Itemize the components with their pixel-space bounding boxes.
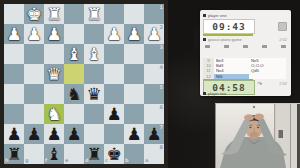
black-pawn: ♟ (64, 124, 84, 144)
webcam-scene (216, 104, 300, 168)
white-pawn: ♟ (104, 24, 124, 44)
rank-label: 4 (160, 65, 163, 70)
square-e8[interactable]: e (64, 144, 84, 164)
square-g7[interactable]: ♟ (24, 124, 44, 144)
top-player-clock: 09:43 (203, 19, 255, 34)
square-h1[interactable] (4, 4, 24, 24)
chess-board[interactable]: ♚♜♜1♟♟♟♟♟♟2♝♝3♛4♞♛5♞♟6♟♟♟♟♟♟7♜hg♝fe♜d♚cb… (4, 4, 164, 164)
square-d2[interactable] (84, 24, 104, 44)
move-black[interactable] (249, 74, 286, 79)
bottom-player-name: player two (208, 91, 226, 96)
rank-label: 2 (160, 25, 163, 30)
square-e2[interactable] (64, 24, 84, 44)
square-h5[interactable] (4, 84, 24, 104)
square-g4[interactable] (24, 64, 44, 84)
file-label: b (125, 158, 129, 163)
square-f2[interactable]: ♟ (44, 24, 64, 44)
file-label: h (5, 158, 9, 163)
file-label: e (65, 158, 68, 163)
rank-label: 6 (160, 105, 163, 110)
white-pawn: ♟ (24, 24, 44, 44)
square-g1[interactable]: ♚ (24, 4, 44, 24)
square-d3[interactable]: ♝ (84, 44, 104, 64)
square-a3[interactable]: 3 (144, 44, 164, 64)
player-icon (203, 14, 206, 17)
square-e6[interactable] (64, 104, 84, 124)
white-pawn: ♟ (124, 24, 144, 44)
redo-arrow-icon[interactable]: ↷ (257, 80, 262, 88)
person-hand-right (254, 114, 264, 120)
square-g8[interactable]: g (24, 144, 44, 164)
file-label: d (85, 158, 89, 163)
square-g6[interactable] (24, 104, 44, 124)
square-f1[interactable]: ♜ (44, 4, 64, 24)
black-pawn: ♟ (44, 124, 64, 144)
black-knight: ♞ (64, 84, 84, 104)
square-d6[interactable] (84, 104, 104, 124)
file-label: a (145, 158, 148, 163)
square-e1[interactable] (64, 4, 84, 24)
rank-label: 1 (160, 5, 163, 10)
video-frame: ♚♜♜1♟♟♟♟♟♟2♝♝3♛4♞♛5♞♟6♟♟♟♟♟♟7♜hg♝fe♜d♚cb… (0, 0, 300, 168)
chess-board-frame: ♚♜♜1♟♟♟♟♟♟2♝♝3♛4♞♛5♞♟6♟♟♟♟♟♟7♜hg♝fe♜d♚cb… (0, 0, 168, 168)
white-rook: ♜ (84, 4, 104, 24)
board-icon[interactable] (224, 45, 229, 48)
square-c1[interactable] (104, 4, 124, 24)
square-g2[interactable]: ♟ (24, 24, 44, 44)
square-b5[interactable] (124, 84, 144, 104)
square-f3[interactable] (44, 44, 64, 64)
black-pawn: ♟ (24, 124, 44, 144)
square-c6[interactable]: ♟ (104, 104, 124, 124)
top-right-time: 2:02 (279, 37, 287, 42)
white-king: ♚ (24, 4, 44, 24)
square-h6[interactable] (4, 104, 24, 124)
top-player-row: player one (203, 12, 288, 18)
menu-icon[interactable] (205, 45, 210, 48)
white-rook: ♜ (44, 4, 64, 24)
square-c5[interactable] (104, 84, 124, 104)
gear-icon[interactable] (243, 45, 248, 48)
beard-shadow (250, 132, 259, 137)
square-a6[interactable]: 6 (144, 104, 164, 124)
square-d7[interactable] (84, 124, 104, 144)
game-clock-panel: player one 09:43 giuoco piano game 2:02 … (200, 10, 291, 96)
square-d4[interactable] (84, 64, 104, 84)
square-a7[interactable]: ♟7 (144, 124, 164, 144)
square-h8[interactable]: ♜h (4, 144, 24, 164)
square-g5[interactable] (24, 84, 44, 104)
square-b4[interactable] (124, 64, 144, 84)
top-player-name: player one (208, 13, 227, 18)
bottom-player-row: player two (203, 90, 288, 96)
top-time-bar (203, 34, 253, 36)
bottom-right-time: 2:02 (279, 81, 287, 86)
rank-label: 3 (160, 45, 163, 50)
square-a1[interactable]: 1 (144, 4, 164, 24)
square-e4[interactable] (64, 64, 84, 84)
rank-label: 8 (160, 145, 163, 150)
square-b8[interactable]: b (124, 144, 144, 164)
square-f8[interactable]: ♝f (44, 144, 64, 164)
square-b2[interactable]: ♟ (124, 24, 144, 44)
swap-icon[interactable] (262, 45, 267, 48)
person-hand-left (244, 114, 254, 120)
opening-row: giuoco piano game (203, 37, 288, 43)
square-e5[interactable]: ♞ (64, 84, 84, 104)
black-pawn: ♟ (124, 124, 144, 144)
file-label: c (105, 158, 108, 163)
wall-object (279, 130, 284, 138)
move-list-toolbar (205, 44, 286, 49)
square-c4[interactable] (104, 64, 124, 84)
white-queen: ♛ (44, 64, 64, 84)
square-b7[interactable]: ♟ (124, 124, 144, 144)
board-thumbnail-icon[interactable] (278, 22, 287, 31)
opening-book-icon (203, 38, 206, 41)
square-e7[interactable]: ♟ (64, 124, 84, 144)
square-e3[interactable]: ♝ (64, 44, 84, 64)
square-a8[interactable]: 8a (144, 144, 164, 164)
square-a4[interactable]: 4 (144, 64, 164, 84)
black-queen: ♛ (84, 84, 104, 104)
square-d8[interactable]: ♜d (84, 144, 104, 164)
black-pawn: ♟ (104, 104, 124, 124)
square-g3[interactable] (24, 44, 44, 64)
square-f6[interactable]: ♞ (44, 104, 64, 124)
white-pawn: ♟ (44, 24, 64, 44)
square-a2[interactable]: ♟2 (144, 24, 164, 44)
square-h7[interactable]: ♟ (4, 124, 24, 144)
player-icon (203, 92, 206, 95)
square-b3[interactable] (124, 44, 144, 64)
square-h3[interactable] (4, 44, 24, 64)
white-knight: ♞ (44, 104, 64, 124)
white-pawn: ♟ (4, 24, 24, 44)
square-h2[interactable]: ♟ (4, 24, 24, 44)
rank-label: 7 (160, 125, 163, 130)
black-pawn: ♟ (4, 124, 24, 144)
frame-edge (297, 104, 300, 168)
file-label: f (45, 158, 47, 163)
square-f4[interactable]: ♛ (44, 64, 64, 84)
close-icon[interactable] (281, 45, 286, 48)
webcam-feed (215, 103, 300, 168)
square-h4[interactable] (4, 64, 24, 84)
square-b6[interactable] (124, 104, 144, 124)
square-d5[interactable]: ♛ (84, 84, 104, 104)
file-label: g (25, 158, 29, 163)
square-a5[interactable]: 5 (144, 84, 164, 104)
move-list[interactable]: 9Be3Ne510Bd3O-O-O11Ne4Qd512Nf6 (203, 58, 286, 79)
square-b1[interactable] (124, 4, 144, 24)
opening-name: giuoco piano game (208, 37, 242, 42)
rank-label: 5 (160, 85, 163, 90)
square-f7[interactable]: ♟ (44, 124, 64, 144)
square-f5[interactable] (44, 84, 64, 104)
white-bishop: ♝ (64, 44, 84, 64)
square-c8[interactable]: ♚c (104, 144, 124, 164)
white-bishop: ♝ (84, 44, 104, 64)
square-c2[interactable]: ♟ (104, 24, 124, 44)
square-c7[interactable] (104, 124, 124, 144)
square-c3[interactable] (104, 44, 124, 64)
square-d1[interactable]: ♜ (84, 4, 104, 24)
